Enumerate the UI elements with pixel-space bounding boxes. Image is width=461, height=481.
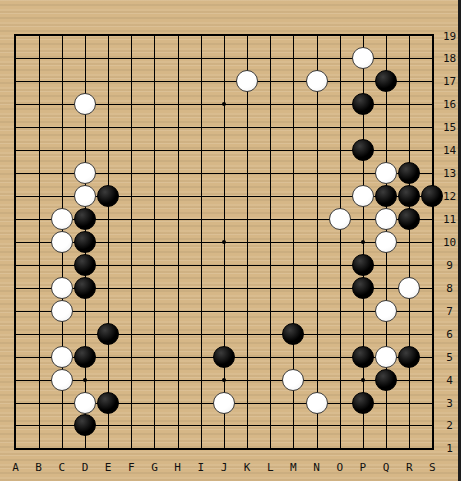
white-stone [375,231,397,253]
black-stone [74,208,96,230]
grid-line-horizontal [16,334,433,335]
black-stone [352,277,374,299]
row-label: 10 [440,237,460,248]
white-stone [398,277,420,299]
column-label: F [121,462,141,473]
row-label: 5 [440,352,460,363]
white-stone [74,162,96,184]
column-label: H [168,462,188,473]
column-label: M [283,462,303,473]
column-label: G [144,462,164,473]
white-stone [51,277,73,299]
star-point [83,378,87,382]
white-stone [213,392,235,414]
white-stone [51,369,73,391]
white-stone [306,70,328,92]
row-label: 17 [440,76,460,87]
row-label: 1 [440,443,460,454]
column-label: L [260,462,280,473]
grid-line-vertical [317,36,318,449]
star-point [222,240,226,244]
black-stone [398,346,420,368]
black-stone [352,254,374,276]
column-label: A [6,462,26,473]
row-label: 9 [440,260,460,271]
black-stone [74,277,96,299]
column-label: J [214,462,234,473]
white-stone [74,185,96,207]
star-point [361,240,365,244]
white-stone [74,392,96,414]
black-stone [74,254,96,276]
column-label: C [52,462,72,473]
grid-line-horizontal [16,311,433,312]
row-label: 4 [440,375,460,386]
white-stone [329,208,351,230]
grid-line-vertical [247,36,248,449]
white-stone [51,346,73,368]
grid-line-vertical [340,36,341,449]
black-stone [375,185,397,207]
column-label: E [98,462,118,473]
white-stone [306,392,328,414]
column-label: I [191,462,211,473]
white-stone [375,162,397,184]
row-label: 7 [440,306,460,317]
row-label: 19 [440,31,460,42]
column-label: R [399,462,419,473]
black-stone [97,392,119,414]
star-point [361,378,365,382]
row-label: 2 [440,420,460,431]
row-label: 13 [440,168,460,179]
row-label: 6 [440,329,460,340]
column-label: Q [376,462,396,473]
go-board-screen: ABCDEFGHIJKLMNOPQRS 19181716151413121110… [0,0,461,481]
grid-line-vertical [270,36,271,449]
white-stone [375,208,397,230]
row-label: 16 [440,99,460,110]
grid-line-vertical [409,36,410,449]
black-stone [352,392,374,414]
black-stone [74,231,96,253]
white-stone [51,231,73,253]
white-stone [51,208,73,230]
white-stone [375,346,397,368]
row-label: 18 [440,53,460,64]
black-stone [282,323,304,345]
black-stone [352,346,374,368]
black-stone [213,346,235,368]
column-label: B [29,462,49,473]
white-stone [282,369,304,391]
row-label: 14 [440,145,460,156]
black-stone [74,346,96,368]
column-label: O [330,462,350,473]
column-label: P [353,462,373,473]
row-label: 8 [440,283,460,294]
column-label: D [75,462,95,473]
row-label: 3 [440,398,460,409]
row-label: 15 [440,122,460,133]
white-stone [375,300,397,322]
black-stone [97,323,119,345]
column-label: K [237,462,257,473]
black-stone [352,139,374,161]
white-stone [51,300,73,322]
column-label: S [422,462,442,473]
star-point [222,378,226,382]
column-label: N [307,462,327,473]
white-stone [352,185,374,207]
row-label: 12 [440,191,460,202]
black-stone [375,369,397,391]
row-label: 11 [440,214,460,225]
